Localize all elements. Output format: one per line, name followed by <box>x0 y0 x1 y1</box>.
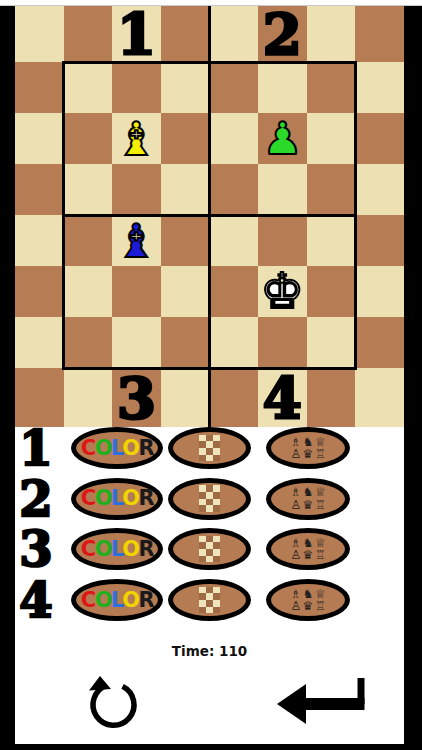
restart-button[interactable] <box>86 676 142 734</box>
quadrant-divider-line <box>208 6 211 431</box>
board-square <box>355 164 404 215</box>
color-word-label: COLOR <box>81 590 153 611</box>
left-frame-bar <box>0 5 15 750</box>
chess-pieces-icon: ♗♞♕♙♛♖ <box>289 436 327 461</box>
board-square <box>307 6 356 62</box>
mini-checkerboard-icon <box>199 536 220 562</box>
board-square <box>355 215 404 266</box>
board-square <box>15 6 64 62</box>
board-square <box>355 62 404 113</box>
board-answer-button-row2[interactable] <box>168 478 251 520</box>
pieces-answer-button-row3[interactable]: ♗♞♕♙♛♖ <box>266 528 350 570</box>
board-square <box>209 368 258 427</box>
board-square <box>355 113 404 164</box>
color-answer-button-row4[interactable]: COLOR <box>71 579 163 621</box>
panel-row-number-3: 3 <box>8 525 64 573</box>
mini-checkerboard-icon <box>199 435 220 461</box>
color-word-label: COLOR <box>81 488 153 509</box>
board-square <box>15 164 64 215</box>
white-king: ♚ <box>258 264 307 319</box>
panel-row-number-2: 2 <box>8 475 64 523</box>
right-frame-bar <box>404 5 422 750</box>
green-pawn: ♟ <box>258 111 307 166</box>
board-square <box>15 266 64 317</box>
back-button[interactable] <box>270 672 370 732</box>
board-quadrant-label-4: 4 <box>252 368 313 427</box>
panel-row-number-1: 1 <box>8 424 64 472</box>
board-square <box>15 113 64 164</box>
board-square <box>161 368 210 427</box>
board-answer-button-row3[interactable] <box>168 528 251 570</box>
color-word-label: COLOR <box>81 438 153 459</box>
color-answer-button-row2[interactable]: COLOR <box>71 478 163 520</box>
board-quadrant-label-2: 2 <box>252 6 313 62</box>
yellow-bishop: ♝ <box>112 111 161 166</box>
board-answer-button-row4[interactable] <box>168 579 251 621</box>
timer-label: Time: 110 <box>15 643 404 659</box>
board-square <box>209 6 258 62</box>
board-square <box>355 266 404 317</box>
board-answer-button-row1[interactable] <box>168 427 251 469</box>
blue-bishop: ♝ <box>112 213 161 268</box>
pieces-answer-button-row2[interactable]: ♗♞♕♙♛♖ <box>266 478 350 520</box>
circular-arrow-restart-icon <box>86 676 142 734</box>
board-square <box>355 368 404 427</box>
board-square <box>355 6 404 62</box>
board-square <box>15 62 64 113</box>
board-square <box>15 368 64 427</box>
chess-pieces-icon: ♗♞♕♙♛♖ <box>289 486 327 511</box>
board-square <box>15 215 64 266</box>
board-square <box>15 317 64 368</box>
bottom-frame-bar <box>0 744 422 750</box>
board-square <box>64 368 113 427</box>
pieces-answer-button-row1[interactable]: ♗♞♕♙♛♖ <box>266 427 350 469</box>
mini-checkerboard-icon <box>199 485 220 511</box>
color-word-label: COLOR <box>81 539 153 560</box>
chess-pieces-icon: ♗♞♕♙♛♖ <box>289 588 327 613</box>
status-bar <box>0 0 422 6</box>
board-square <box>64 6 113 62</box>
board-square <box>307 368 356 427</box>
mini-checkerboard-icon <box>199 587 220 613</box>
board-square <box>161 6 210 62</box>
color-answer-button-row3[interactable]: COLOR <box>71 528 163 570</box>
board-quadrant-label-3: 3 <box>106 368 167 427</box>
panel-row-number-4: 4 <box>8 576 64 624</box>
board-quadrant-label-1: 1 <box>106 6 167 62</box>
color-answer-button-row1[interactable]: COLOR <box>71 427 163 469</box>
return-back-arrow-icon <box>270 672 370 732</box>
pieces-answer-button-row4[interactable]: ♗♞♕♙♛♖ <box>266 579 350 621</box>
chess-pieces-icon: ♗♞♕♙♛♖ <box>289 537 327 562</box>
board-square <box>355 317 404 368</box>
